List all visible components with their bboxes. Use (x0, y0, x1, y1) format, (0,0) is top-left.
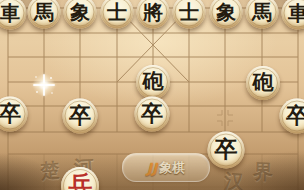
piece-black-cannon-right[interactable]: 砲 (246, 66, 280, 100)
watermark-app-name: 象棋 (159, 159, 185, 177)
piece-black-soldier-file2[interactable]: 卒 (63, 99, 98, 134)
piece-black-soldier-file6-advanced[interactable]: 卒 (208, 132, 245, 169)
river-text-chu: 楚 (39, 157, 60, 185)
app-watermark: JJ 象棋 (122, 153, 210, 182)
piece-black-soldier-file4[interactable]: 卒 (135, 97, 170, 132)
river-text-han: 汉 (223, 168, 245, 190)
xiangqi-board: 楚 河 汉 界 JJ 象棋 車馬象士將士象馬車砲砲卒卒卒卒卒兵 (0, 0, 304, 190)
piece-black-cannon-center[interactable]: 砲 (136, 65, 170, 99)
river-text-jie: 界 (253, 158, 274, 186)
watermark-jj-logo: JJ (147, 160, 157, 176)
